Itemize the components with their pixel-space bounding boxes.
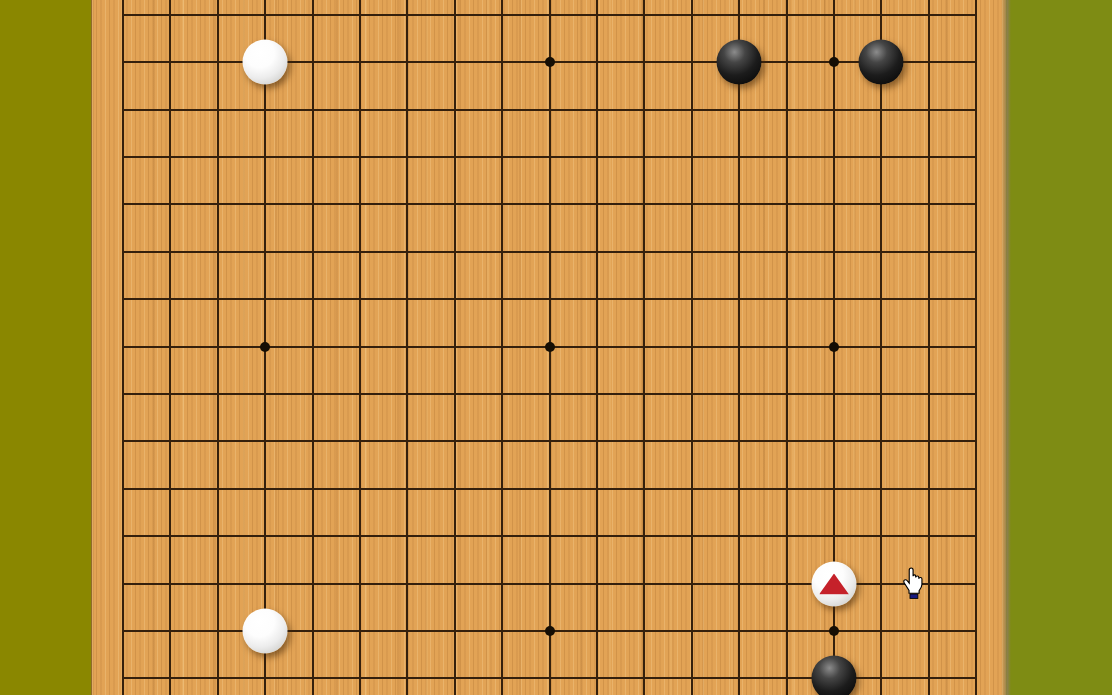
go-board-grid[interactable] <box>122 0 977 695</box>
background-left <box>0 0 91 695</box>
board-right-edge-shadow <box>1001 0 1011 695</box>
go-app-window <box>0 0 1112 695</box>
hand-cursor-icon <box>901 566 926 600</box>
background-right <box>1010 0 1112 695</box>
